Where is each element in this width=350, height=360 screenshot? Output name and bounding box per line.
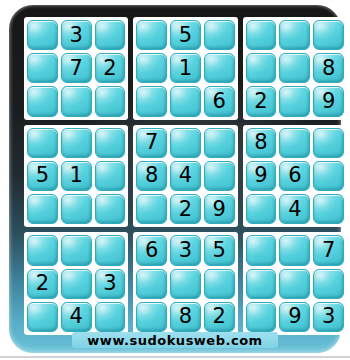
cell-r8c3[interactable]: 3 [95,269,126,299]
cell-digit: 2 [179,199,192,220]
cell-r5c4[interactable]: 8 [136,161,167,191]
cell-r4c8[interactable] [279,128,310,158]
cell-digit: 5 [179,25,192,46]
sudoku-box-6: 8964 [243,125,347,228]
cell-r2c5[interactable]: 1 [170,53,201,83]
cell-r9c6[interactable]: 2 [204,302,235,332]
cell-r5c8[interactable]: 6 [279,161,310,191]
cell-r9c4[interactable] [136,302,167,332]
cell-r2c1[interactable] [27,53,58,83]
cell-r1c4[interactable] [136,20,167,50]
cell-r9c5[interactable]: 8 [170,302,201,332]
cell-digit: 8 [254,132,267,153]
bottom-divider [0,356,350,358]
cell-r3c9[interactable]: 9 [313,86,344,116]
cell-r7c6[interactable]: 5 [204,235,235,265]
cell-digit: 2 [254,91,267,112]
cell-digit: 2 [36,273,49,294]
cell-r8c2[interactable] [61,269,92,299]
cell-digit: 3 [322,306,335,327]
cell-digit: 4 [288,199,301,220]
cell-r8c5[interactable] [170,269,201,299]
cell-r7c1[interactable] [27,235,58,265]
cell-r8c9[interactable] [313,269,344,299]
cell-r6c8[interactable]: 4 [279,194,310,224]
cell-r3c2[interactable] [61,86,92,116]
cell-r8c6[interactable] [204,269,235,299]
cell-digit: 6 [213,91,226,112]
cell-r5c1[interactable]: 5 [27,161,58,191]
cell-r5c9[interactable] [313,161,344,191]
sudoku-box-3: 829 [243,17,347,120]
cell-r7c3[interactable] [95,235,126,265]
cell-digit: 1 [179,58,192,79]
cell-r1c2[interactable]: 3 [61,20,92,50]
sudoku-box-5: 78429 [133,125,237,228]
cell-digit: 8 [145,165,158,186]
cell-r9c9[interactable]: 3 [313,302,344,332]
cell-digit: 5 [36,165,49,186]
cell-digit: 4 [179,165,192,186]
cell-r4c5[interactable] [170,128,201,158]
cell-r6c3[interactable] [95,194,126,224]
cell-r6c4[interactable] [136,194,167,224]
cell-digit: 3 [179,240,192,261]
cell-r6c6[interactable]: 9 [204,194,235,224]
cell-r7c8[interactable] [279,235,310,265]
sudoku-grid: 3725168295178429896423463582793 [24,17,347,335]
cell-digit: 3 [103,273,116,294]
cell-r1c5[interactable]: 5 [170,20,201,50]
cell-r8c4[interactable] [136,269,167,299]
cell-r5c2[interactable]: 1 [61,161,92,191]
cell-r3c3[interactable] [95,86,126,116]
cell-digit: 7 [322,240,335,261]
cell-digit: 4 [69,306,82,327]
cell-r3c5[interactable] [170,86,201,116]
cell-digit: 9 [322,91,335,112]
cell-r3c4[interactable] [136,86,167,116]
cell-digit: 6 [288,165,301,186]
cell-r6c1[interactable] [27,194,58,224]
cell-digit: 8 [322,58,335,79]
cell-r4c1[interactable] [27,128,58,158]
cell-r2c6[interactable] [204,53,235,83]
sudoku-box-1: 372 [24,17,128,120]
website-url: www.sudokusweb.com [87,333,262,348]
cell-r2c8[interactable] [279,53,310,83]
sudoku-box-2: 516 [133,17,237,120]
cell-digit: 1 [69,165,82,186]
cell-r1c3[interactable] [95,20,126,50]
cell-digit: 9 [213,199,226,220]
cell-r4c9[interactable] [313,128,344,158]
cell-r5c5[interactable]: 4 [170,161,201,191]
cell-r1c9[interactable] [313,20,344,50]
cell-r6c2[interactable] [61,194,92,224]
cell-r3c8[interactable] [279,86,310,116]
cell-r6c9[interactable] [313,194,344,224]
cell-r8c1[interactable]: 2 [27,269,58,299]
cell-r7c7[interactable] [246,235,277,265]
cell-r4c2[interactable] [61,128,92,158]
cell-r1c7[interactable] [246,20,277,50]
cell-r4c4[interactable]: 7 [136,128,167,158]
cell-r2c2[interactable]: 7 [61,53,92,83]
cell-r1c6[interactable] [204,20,235,50]
cell-r9c3[interactable] [95,302,126,332]
cell-r7c2[interactable] [61,235,92,265]
cell-r9c1[interactable] [27,302,58,332]
cell-digit: 3 [69,25,82,46]
cell-r2c7[interactable] [246,53,277,83]
cell-r3c6[interactable]: 6 [204,86,235,116]
cell-r4c3[interactable] [95,128,126,158]
cell-r8c7[interactable] [246,269,277,299]
cell-r5c3[interactable] [95,161,126,191]
cell-digit: 6 [145,240,158,261]
cell-r6c5[interactable]: 2 [170,194,201,224]
cell-digit: 7 [69,58,82,79]
cell-r3c1[interactable] [27,86,58,116]
cell-r9c8[interactable]: 9 [279,302,310,332]
cell-digit: 8 [179,306,192,327]
cell-r4c7[interactable]: 8 [246,128,277,158]
cell-r3c7[interactable]: 2 [246,86,277,116]
cell-r4c6[interactable] [204,128,235,158]
cell-digit: 2 [213,306,226,327]
cell-r2c3[interactable]: 2 [95,53,126,83]
cell-r5c6[interactable] [204,161,235,191]
cell-r9c7[interactable] [246,302,277,332]
cell-r5c7[interactable]: 9 [246,161,277,191]
sudoku-box-9: 793 [243,232,347,335]
cell-r8c8[interactable] [279,269,310,299]
cell-digit: 9 [254,165,267,186]
cell-r2c9[interactable]: 8 [313,53,344,83]
sudoku-box-8: 63582 [133,232,237,335]
cell-digit: 5 [213,240,226,261]
sudoku-box-7: 234 [24,232,128,335]
cell-r6c7[interactable] [246,194,277,224]
cell-r1c1[interactable] [27,20,58,50]
cell-digit: 2 [103,58,116,79]
cell-r1c8[interactable] [279,20,310,50]
cell-digit: 7 [145,132,158,153]
cell-r2c4[interactable] [136,53,167,83]
cell-r9c2[interactable]: 4 [61,302,92,332]
cell-r7c4[interactable]: 6 [136,235,167,265]
sudoku-box-4: 51 [24,125,128,228]
footer-url-bar: www.sudokusweb.com [72,332,278,348]
sudoku-board-frame: 3725168295178429896423463582793 www.sudo… [9,5,341,353]
cell-r7c9[interactable]: 7 [313,235,344,265]
cell-digit: 9 [288,306,301,327]
cell-r7c5[interactable]: 3 [170,235,201,265]
